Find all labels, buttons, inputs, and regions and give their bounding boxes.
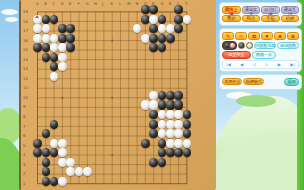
stone-white — [33, 34, 42, 43]
row-label: 2 — [23, 172, 25, 176]
row-label: 18 — [23, 20, 28, 24]
stone-white — [174, 110, 183, 119]
not-practiced-button[interactable]: 还没练熟 — [277, 42, 299, 50]
white-stone-icon — [230, 43, 235, 48]
stone-black — [50, 15, 59, 24]
row-label: 8 — [23, 115, 25, 119]
stone-white — [141, 34, 150, 43]
stone-white — [58, 53, 67, 62]
stone-white — [42, 34, 51, 43]
stone-black — [42, 158, 51, 167]
submit-homework-button[interactable]: 提交作业 — [222, 51, 251, 59]
stone-black — [141, 5, 150, 14]
stone-white — [166, 110, 175, 119]
tab-class-interact[interactable]: 课堂互动 — [281, 6, 300, 14]
row-label: 3 — [23, 163, 25, 167]
pencil-icon[interactable]: ✎ — [222, 32, 234, 40]
tab-class-live[interactable]: 课堂实况 — [242, 6, 261, 14]
stone-black — [166, 148, 175, 157]
stone-white — [183, 15, 192, 24]
col-label: H — [94, 2, 97, 6]
row-label: 1 — [23, 182, 25, 186]
stone-color-toggle[interactable] — [222, 41, 237, 50]
stone-black — [42, 177, 51, 186]
stone-white — [149, 15, 158, 24]
row-label: 4 — [23, 153, 25, 157]
stone-black — [174, 5, 183, 14]
col-label: Q — [160, 2, 163, 6]
row-label: 7 — [23, 125, 25, 129]
go-app-screen: ABCDEFGHJKLMNOPQRST191817161514131211109… — [0, 0, 304, 190]
stone-black — [149, 34, 158, 43]
col-label: D — [61, 2, 64, 6]
col-label: N — [136, 2, 139, 6]
control-panel: 网络上课 课堂实况 自动打谱 课堂互动 围棋 死活 手筋 棋谱 ✎ ☺ ✿ ♥ … — [219, 2, 302, 92]
stone-white — [166, 129, 175, 138]
col-label: R — [169, 2, 172, 6]
stone-white — [166, 139, 175, 148]
stone-black — [174, 100, 183, 109]
stone-white — [174, 139, 183, 148]
stone-white — [58, 177, 67, 186]
stone-white — [158, 120, 167, 129]
practiced-button[interactable]: 已练熟这题 — [254, 42, 276, 50]
heart-icon[interactable]: ♥ — [261, 32, 273, 40]
row-label: 10 — [23, 96, 28, 100]
row-label: 11 — [23, 86, 28, 90]
stone-black — [158, 139, 167, 148]
background-bush — [236, 95, 276, 107]
mode-tesuji-button[interactable]: 手筋 — [261, 15, 280, 23]
row-label: 12 — [23, 77, 28, 81]
kifu-mode-button[interactable]: 棋谱模式 — [243, 78, 263, 86]
stone-black — [166, 100, 175, 109]
mode-go-button[interactable]: 围棋 — [222, 15, 241, 23]
col-label: L — [119, 2, 121, 6]
row-label: 19 — [23, 10, 28, 14]
crown-icon[interactable]: ♛ — [287, 32, 299, 40]
stone-black — [58, 24, 67, 33]
stone-white — [149, 100, 158, 109]
retry-button[interactable]: 再做一次 — [252, 51, 276, 59]
row-label: 14 — [23, 58, 28, 62]
mode-kifu-button[interactable]: 棋谱 — [281, 15, 300, 23]
stone-white — [66, 158, 75, 167]
col-label: T — [185, 2, 187, 6]
stone-white — [58, 43, 67, 52]
white-stone-button[interactable] — [246, 42, 253, 49]
black-stone-icon — [225, 43, 230, 48]
black-stone-button[interactable] — [238, 42, 245, 49]
tabs-card: 网络上课 课堂实况 自动打谱 课堂互动 围棋 死活 手筋 棋谱 — [219, 2, 302, 26]
stone-black — [166, 91, 175, 100]
media-controls: |◀ ◀ ◁ ▷ ▶ ▶| — [222, 60, 299, 69]
stone-black — [174, 91, 183, 100]
stone-black — [174, 15, 183, 24]
col-label: C — [53, 2, 56, 6]
stone-black — [50, 120, 59, 129]
stone-black — [66, 34, 75, 43]
board-grid — [21, 0, 216, 190]
stone-white — [141, 100, 150, 109]
tab-online-class[interactable]: 网络上课 — [222, 6, 241, 14]
stone-white — [183, 139, 192, 148]
stone-white — [149, 91, 158, 100]
tools-card: ✎ ☺ ✿ ♥ ★ ♛ 已练熟这题 还没练熟 提交作业 再做一次 |◀ — [219, 28, 302, 72]
row-label: 17 — [23, 29, 28, 33]
stone-black — [158, 34, 167, 43]
stone-black — [149, 158, 158, 167]
stone-white — [50, 34, 59, 43]
stone-white — [58, 158, 67, 167]
cloud — [5, 17, 18, 22]
stone-white — [58, 139, 67, 148]
stone-black — [158, 100, 167, 109]
col-label: K — [111, 2, 114, 6]
col-label: J — [102, 2, 103, 6]
stone-black — [141, 139, 150, 148]
stone-black — [166, 34, 175, 43]
stone-white — [50, 139, 59, 148]
mode-lifedeath-button[interactable]: 死活 — [242, 15, 261, 23]
col-label: E — [69, 2, 71, 6]
col-label: G — [86, 2, 89, 6]
prev-icon[interactable]: ◀ — [240, 62, 243, 67]
stone-black — [158, 158, 167, 167]
stone-black — [149, 120, 158, 129]
col-label: A — [36, 2, 39, 6]
smiley-icon[interactable]: ☺ — [235, 32, 247, 40]
homework-card: 本周作业 棋谱模式 返回 — [219, 74, 302, 90]
stone-black — [33, 148, 42, 157]
stone-white — [58, 148, 67, 157]
stone-black — [183, 120, 192, 129]
weekly-homework-button[interactable]: 本周作业 — [222, 78, 242, 86]
cloud — [1, 9, 18, 15]
back-button[interactable]: 返回 — [284, 78, 299, 86]
stone-black — [42, 15, 51, 24]
row-label: 16 — [23, 39, 28, 43]
col-label: M — [127, 2, 130, 6]
row-label: 5 — [23, 144, 25, 148]
stone-white — [166, 24, 175, 33]
col-label: F — [77, 2, 79, 6]
star-icon[interactable]: ★ — [274, 32, 286, 40]
stone-black — [33, 139, 42, 148]
tab-auto-record[interactable]: 自动打谱 — [261, 6, 280, 14]
row-label: 9 — [23, 105, 25, 109]
stone-black — [58, 34, 67, 43]
first-move-icon[interactable]: |◀ — [226, 62, 231, 67]
row-label: 15 — [23, 48, 28, 52]
step-back-icon[interactable]: ◁ — [253, 62, 256, 67]
next-icon[interactable]: ▶ — [278, 62, 281, 67]
stone-white — [166, 120, 175, 129]
stone-white — [33, 24, 42, 33]
stone-black — [42, 53, 51, 62]
stone-white — [83, 167, 92, 176]
row-label: 13 — [23, 67, 28, 71]
last-move-marker — [35, 15, 39, 18]
row-label: 6 — [23, 134, 25, 138]
stone-black — [141, 15, 150, 24]
go-board[interactable]: ABCDEFGHJKLMNOPQRST191817161514131211109… — [19, 0, 216, 190]
last-move-icon[interactable]: ▶| — [290, 62, 295, 67]
step-forward-icon[interactable]: ▷ — [265, 62, 268, 67]
flower-icon[interactable]: ✿ — [248, 32, 260, 40]
stone-black — [158, 15, 167, 24]
col-label: B — [44, 2, 47, 6]
stone-white — [174, 120, 183, 129]
